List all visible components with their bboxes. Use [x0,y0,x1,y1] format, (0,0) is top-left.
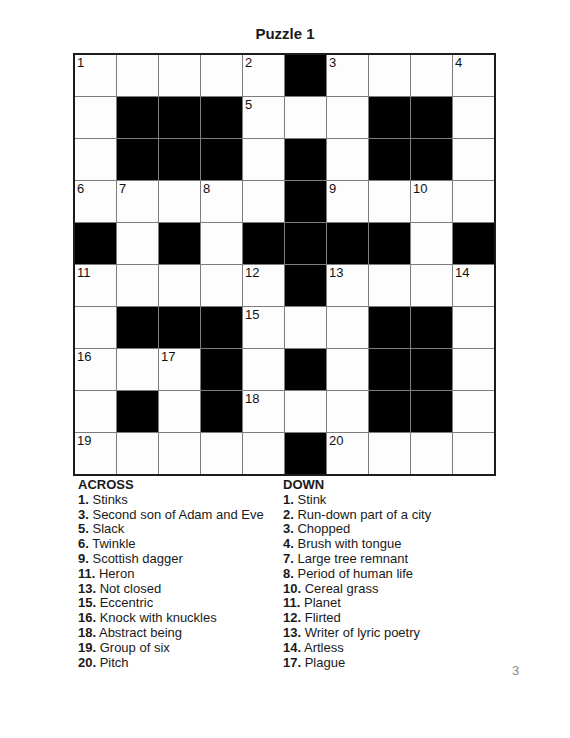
down-clue-8: 8. Period of human life [283,567,528,582]
down-clue-1: 1. Stink [283,493,528,508]
clue-number-17: 17 [161,349,175,364]
down-clue-7: 7. Large tree remnant [283,552,528,567]
clue-number-13: 13 [329,265,343,280]
cell-r8c5[interactable] [243,349,284,390]
clue-number-2: 2 [245,55,252,70]
cell-r3c5[interactable] [243,139,284,180]
cell-r6c2[interactable] [117,265,158,306]
block-cell-r2c8 [369,97,410,138]
block-cell-r1c6 [285,55,326,96]
down-clue-17: 17. Plague [283,656,528,671]
cell-r3c10[interactable] [453,139,494,180]
cell-r5c9[interactable] [411,223,452,264]
clue-number-4: 4 [455,55,462,70]
cell-r9c3[interactable] [159,391,200,432]
across-header: ACROSS [78,478,274,493]
across-clue-16: 16. Knock with knuckles [78,611,274,626]
cell-r9c7[interactable] [327,391,368,432]
across-clue-15: 15. Eccentric [78,596,274,611]
cell-r6c9[interactable] [411,265,452,306]
cell-r1c2[interactable] [117,55,158,96]
cell-r5c2[interactable] [117,223,158,264]
clue-number-20: 20 [329,433,343,448]
cell-r1c7[interactable]: 3 [327,55,368,96]
cell-r10c9[interactable] [411,433,452,474]
block-cell-r5c3 [159,223,200,264]
block-cell-r6c6 [285,265,326,306]
across-clue-11: 11. Heron [78,567,274,582]
down-clue-10: 10. Cereal grass [283,582,528,597]
clue-number-15: 15 [245,307,259,322]
block-cell-r7c4 [201,307,242,348]
block-cell-r5c10 [453,223,494,264]
block-cell-r3c8 [369,139,410,180]
block-cell-r2c4 [201,97,242,138]
cell-r8c1[interactable]: 16 [75,349,116,390]
page-number: 3 [512,663,519,678]
cell-r9c10[interactable] [453,391,494,432]
block-cell-r9c9 [411,391,452,432]
cell-r1c1[interactable]: 1 [75,55,116,96]
clue-number-18: 18 [245,391,259,406]
down-clues-column: DOWN 1. Stink2. Run-down part of a city3… [283,478,528,670]
cell-r10c5[interactable] [243,433,284,474]
clue-number-7: 7 [119,181,126,196]
across-clues-column: ACROSS 1. Stinks3. Second son of Adam an… [78,478,274,670]
cell-r2c6[interactable] [285,97,326,138]
cell-r4c3[interactable] [159,181,200,222]
cell-r10c4[interactable] [201,433,242,474]
down-clue-13: 13. Writer of lyric poetry [283,626,528,641]
cell-r7c1[interactable] [75,307,116,348]
down-clue-2: 2. Run-down part of a city [283,508,528,523]
cell-r6c10[interactable]: 14 [453,265,494,306]
cell-r2c1[interactable] [75,97,116,138]
cell-r1c5[interactable]: 2 [243,55,284,96]
block-cell-r3c4 [201,139,242,180]
cell-r7c5[interactable]: 15 [243,307,284,348]
block-cell-r8c9 [411,349,452,390]
clue-number-6: 6 [77,181,84,196]
cell-r10c8[interactable] [369,433,410,474]
cell-r6c8[interactable] [369,265,410,306]
cell-r8c10[interactable] [453,349,494,390]
down-header: DOWN [283,478,528,493]
down-clue-list: 1. Stink2. Run-down part of a city3. Cho… [283,493,528,671]
cell-r4c5[interactable] [243,181,284,222]
cell-r10c2[interactable] [117,433,158,474]
across-clue-19: 19. Group of six [78,641,274,656]
cell-r8c7[interactable] [327,349,368,390]
cell-r7c10[interactable] [453,307,494,348]
block-cell-r5c1 [75,223,116,264]
cell-r6c7[interactable]: 13 [327,265,368,306]
cell-r7c7[interactable] [327,307,368,348]
cell-r1c9[interactable] [411,55,452,96]
block-cell-r8c6 [285,349,326,390]
clue-number-14: 14 [455,265,469,280]
block-cell-r5c7 [327,223,368,264]
across-clue-6: 6. Twinkle [78,537,274,552]
cell-r3c7[interactable] [327,139,368,180]
cell-r4c2[interactable]: 7 [117,181,158,222]
cell-r5c4[interactable] [201,223,242,264]
cell-r1c8[interactable] [369,55,410,96]
cell-r1c3[interactable] [159,55,200,96]
block-cell-r3c6 [285,139,326,180]
down-clue-14: 14. Artless [283,641,528,656]
clue-number-5: 5 [245,97,252,112]
clue-number-8: 8 [203,181,210,196]
cell-r4c9[interactable]: 10 [411,181,452,222]
block-cell-r7c8 [369,307,410,348]
cell-r4c1[interactable]: 6 [75,181,116,222]
block-cell-r8c8 [369,349,410,390]
across-clue-20: 20. Pitch [78,656,274,671]
cell-r7c6[interactable] [285,307,326,348]
cell-r9c6[interactable] [285,391,326,432]
across-clue-13: 13. Not closed [78,582,274,597]
block-cell-r2c2 [117,97,158,138]
clue-number-10: 10 [413,181,427,196]
cell-r4c4[interactable]: 8 [201,181,242,222]
puzzle-title: Puzzle 1 [0,25,570,42]
cell-r2c7[interactable] [327,97,368,138]
across-clue-3: 3. Second son of Adam and Eve [78,508,274,523]
block-cell-r3c9 [411,139,452,180]
across-clue-9: 9. Scottish dagger [78,552,274,567]
cell-r10c1[interactable]: 19 [75,433,116,474]
block-cell-r8c4 [201,349,242,390]
cell-r6c4[interactable] [201,265,242,306]
block-cell-r2c9 [411,97,452,138]
cell-r10c10[interactable] [453,433,494,474]
cell-r4c10[interactable] [453,181,494,222]
block-cell-r5c5 [243,223,284,264]
cell-r3c1[interactable] [75,139,116,180]
across-clue-list: 1. Stinks3. Second son of Adam and Eve5.… [78,493,274,671]
clue-number-19: 19 [77,433,91,448]
cell-r1c4[interactable] [201,55,242,96]
block-cell-r2c3 [159,97,200,138]
cell-r1c10[interactable]: 4 [453,55,494,96]
block-cell-r7c9 [411,307,452,348]
block-cell-r5c6 [285,223,326,264]
down-clue-12: 12. Flirted [283,611,528,626]
clue-number-11: 11 [77,265,91,280]
down-clue-11: 11. Planet [283,596,528,611]
block-cell-r7c3 [159,307,200,348]
down-clue-4: 4. Brush with tongue [283,537,528,552]
clue-number-3: 3 [329,55,336,70]
cell-r10c3[interactable] [159,433,200,474]
clue-number-16: 16 [77,349,91,364]
cell-r9c1[interactable] [75,391,116,432]
cell-r2c10[interactable] [453,97,494,138]
across-clue-1: 1. Stinks [78,493,274,508]
block-cell-r4c6 [285,181,326,222]
clue-number-9: 9 [329,181,336,196]
block-cell-r7c2 [117,307,158,348]
clue-number-12: 12 [245,265,259,280]
block-cell-r9c2 [117,391,158,432]
cell-r8c3[interactable]: 17 [159,349,200,390]
block-cell-r3c2 [117,139,158,180]
cell-r9c5[interactable]: 18 [243,391,284,432]
block-cell-r9c8 [369,391,410,432]
crossword-grid: 1234567891011121314151617181920 [73,53,496,476]
cell-r4c7[interactable]: 9 [327,181,368,222]
cell-r10c7[interactable]: 20 [327,433,368,474]
across-clue-5: 5. Slack [78,522,274,537]
cell-r4c8[interactable] [369,181,410,222]
cell-r6c3[interactable] [159,265,200,306]
page: Puzzle 1 1234567891011121314151617181920… [0,0,570,738]
block-cell-r10c6 [285,433,326,474]
down-clue-3: 3. Chopped [283,522,528,537]
clue-number-1: 1 [77,55,84,70]
block-cell-r5c8 [369,223,410,264]
cell-r6c5[interactable]: 12 [243,265,284,306]
cell-r6c1[interactable]: 11 [75,265,116,306]
block-cell-r3c3 [159,139,200,180]
block-cell-r9c4 [201,391,242,432]
cell-r2c5[interactable]: 5 [243,97,284,138]
across-clue-18: 18. Abstract being [78,626,274,641]
cell-r8c2[interactable] [117,349,158,390]
